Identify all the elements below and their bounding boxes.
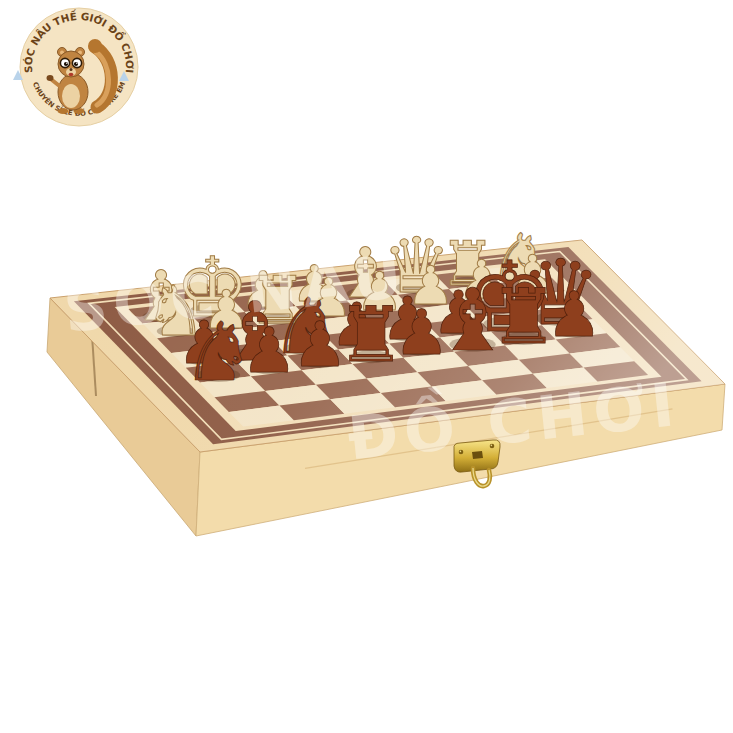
clasp-slot <box>472 451 483 459</box>
brand-logo-badge: SÓC NÂU THẾ GIỚI ĐỒ CHƠI CHUYÊN SỈ LẺ ĐỒ… <box>13 8 138 126</box>
chess-set-photo: ♞♜♛♟♝♟♟♟♟♟♚♟♝♛♜♚♟♟♞♟♟♜♟♝♞♟♝♜♟♟♟♞ SÓC NÂU… <box>0 0 733 733</box>
clasp-screw-left <box>459 450 464 455</box>
screw-glint <box>460 451 462 453</box>
screw-glint2 <box>491 445 493 447</box>
clasp-screw-right <box>490 444 495 449</box>
product-photo: ♞♜♛♟♝♟♟♟♟♟♚♟♝♛♜♚♟♟♞♟♟♜♟♝♞♟♝♜♟♟♟♞ SÓC NÂU… <box>0 0 733 733</box>
